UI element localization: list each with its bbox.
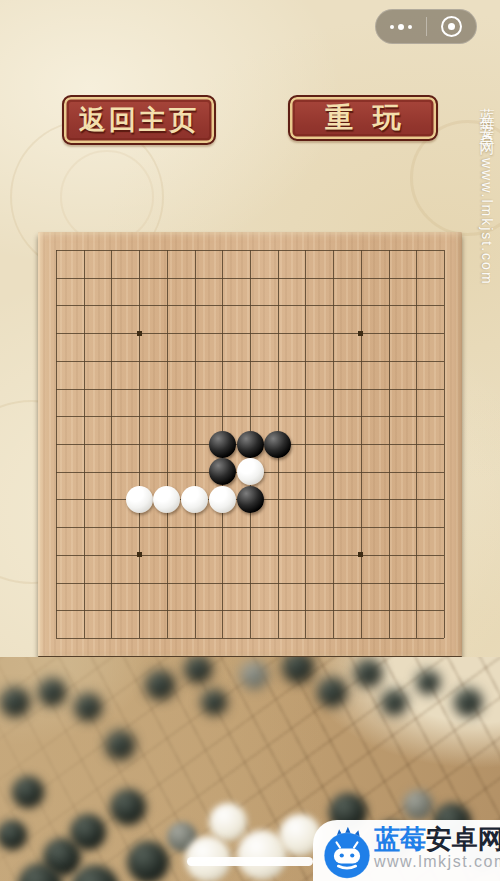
brand-url: www.lmkjst.com <box>374 853 500 871</box>
photo-stone-dark <box>70 814 106 850</box>
photo-stone-gray <box>240 661 268 689</box>
replay-label: 重玩 <box>325 99 421 137</box>
white-stone <box>126 486 153 513</box>
black-stone <box>209 431 236 458</box>
grid-line-horizontal <box>56 638 444 639</box>
side-watermark: 蓝莓安卓网 www.lmkjst.com <box>479 96 495 286</box>
white-stone <box>181 486 208 513</box>
white-stone <box>153 486 180 513</box>
photo-stone-dark <box>127 841 169 881</box>
grid-line-vertical <box>389 250 390 638</box>
brand-name: 蓝莓安卓网 <box>374 822 500 857</box>
photo-stone-gray <box>403 790 433 820</box>
star-point <box>358 331 363 336</box>
grid-line-horizontal <box>56 610 444 611</box>
brand-name-blue: 蓝莓 <box>374 824 426 854</box>
grid-line-vertical <box>444 250 445 638</box>
photo-stone-dark <box>0 687 30 717</box>
photo-stone-dark <box>454 688 482 716</box>
star-point <box>137 331 142 336</box>
photo-stone-dark <box>145 670 175 700</box>
photo-stone-dark <box>381 689 407 715</box>
black-stone <box>237 486 264 513</box>
black-stone <box>237 431 264 458</box>
back-to-home-label: 返回主页 <box>79 102 199 138</box>
photo-stone-dark <box>416 670 440 694</box>
grid-line-vertical <box>361 250 362 638</box>
white-stone <box>237 458 264 485</box>
photo-stone-dark <box>354 659 382 687</box>
replay-button[interactable]: 重玩 <box>288 95 438 141</box>
photo-stone-dark <box>105 730 135 760</box>
black-stone <box>264 431 291 458</box>
exit-button[interactable] <box>427 10 477 43</box>
goban-board[interactable] <box>38 232 462 658</box>
miniprogram-screen: 返回主页 重玩 蓝莓安卓网 www.lmkjst.com 蓝莓安卓网 www.l… <box>0 0 500 881</box>
grid-line-horizontal <box>56 555 444 556</box>
photo-stone-dark <box>317 677 347 707</box>
more-button[interactable] <box>376 10 426 43</box>
grid-line-vertical <box>305 250 306 638</box>
white-stone <box>209 486 236 513</box>
android-berry-icon <box>319 824 375 880</box>
more-dots-icon <box>390 24 412 30</box>
grid-line-horizontal <box>56 583 444 584</box>
grid-line-vertical <box>416 250 417 638</box>
photo-stone-dark <box>38 678 66 706</box>
grid-line-horizontal <box>56 527 444 528</box>
star-point <box>358 552 363 557</box>
photo-stone-white <box>209 803 247 841</box>
brand-name-dark: 安卓网 <box>426 824 500 854</box>
parchment-swirl <box>60 150 154 244</box>
back-to-home-button[interactable]: 返回主页 <box>62 95 216 145</box>
star-point <box>137 552 142 557</box>
photo-stone-dark <box>110 789 146 825</box>
wechat-capsule <box>375 9 477 44</box>
side-watermark-name: 蓝莓安卓网 <box>479 96 496 136</box>
photo-stone-dark <box>74 693 102 721</box>
grid-line-vertical <box>333 250 334 638</box>
photo-stone-dark <box>201 689 227 715</box>
black-stone <box>209 458 236 485</box>
target-circle-icon <box>441 16 462 37</box>
home-indicator <box>187 857 313 866</box>
side-watermark-url: www.lmkjst.com <box>480 158 494 286</box>
photo-stone-dark <box>12 776 44 808</box>
